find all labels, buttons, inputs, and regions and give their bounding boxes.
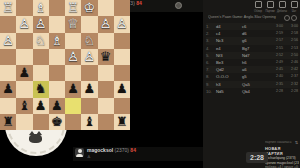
square-f7[interactable]: ♟	[33, 98, 49, 114]
square-a2[interactable]: ♙	[114, 16, 130, 32]
square-f6[interactable]: ♞	[33, 81, 49, 97]
black-pawn-a6[interactable]: ♟	[114, 81, 130, 97]
white-time: 2:35	[268, 81, 283, 88]
square-d6[interactable]: ♟	[65, 81, 81, 97]
square-e7[interactable]: ♟	[49, 98, 65, 114]
white-king-c1[interactable]: ♔	[81, 0, 97, 16]
black-time: 2:42	[283, 66, 298, 73]
white-queen-d2[interactable]: ♕	[65, 16, 81, 32]
panel-tab-1[interactable]: Обзор	[252, 1, 264, 14]
square-g3[interactable]	[16, 33, 32, 49]
move-row[interactable]: 5.Nf3Nd72:522:50	[206, 52, 298, 59]
square-e5[interactable]	[49, 65, 65, 81]
square-d1[interactable]: ♖	[65, 0, 81, 16]
move-row[interactable]: 9.h3Qa52:352:32	[206, 81, 298, 88]
bottom-player-avatar[interactable]	[75, 148, 84, 157]
square-g8[interactable]	[16, 114, 32, 130]
bottom-captured-pieces: ♙	[87, 154, 91, 159]
square-b6[interactable]	[98, 81, 114, 97]
white-move[interactable]: c4	[216, 30, 242, 37]
black-pawn-c6[interactable]: ♟	[81, 81, 97, 97]
chat-dim-line: партия началась	[265, 140, 293, 144]
white-pawn-d4[interactable]: ♙	[65, 49, 81, 65]
square-f2[interactable]: ♙	[33, 16, 49, 32]
black-pawn-h6[interactable]: ♟	[0, 81, 16, 97]
square-h4[interactable]	[0, 49, 16, 65]
white-move[interactable]: Qd2	[216, 66, 242, 73]
square-h8[interactable]: ♜	[0, 114, 16, 130]
white-pawn-a2[interactable]: ♙	[114, 16, 130, 32]
white-pawn-g2[interactable]: ♙	[16, 16, 32, 32]
book-icon[interactable]	[284, 15, 290, 21]
move-row[interactable]: 10.Nd5Qb42:282:28	[206, 88, 298, 95]
square-h6[interactable]: ♟	[0, 81, 16, 97]
move-number: 9.	[206, 81, 216, 88]
gear-icon[interactable]	[291, 15, 297, 21]
chat-header: НОВАЯ ПАРТИЯ	[265, 146, 299, 156]
black-time: 2:32	[283, 81, 298, 88]
white-move[interactable]: e4	[216, 45, 242, 52]
move-number: 3.	[206, 37, 216, 44]
square-a8[interactable]: ♜	[114, 114, 130, 130]
tab-label: Чат	[289, 9, 300, 13]
square-g1[interactable]	[16, 0, 32, 16]
panel-tabs: ОбзорПартииДебютыЧат	[252, 1, 300, 14]
square-d7[interactable]	[65, 98, 81, 114]
white-move[interactable]: Nd5	[216, 88, 242, 95]
square-a7[interactable]	[114, 98, 130, 114]
white-move[interactable]: Nf3	[216, 52, 242, 59]
streak-badge: 84	[136, 0, 142, 6]
share-icon	[291, 1, 298, 8]
chess-board[interactable]: ♖♗♖♔♙♙♕♙♙♙♘♗♘♙♙♛♟♟♞♟♟♟♝♟♟♜♚♝♜	[0, 0, 130, 130]
opening-name: Queen's Pawn Game: Anglo-Slav Opening	[208, 15, 286, 19]
black-rook-h8[interactable]: ♜	[0, 114, 16, 130]
square-f5[interactable]	[33, 65, 49, 81]
white-rook-h1[interactable]: ♖	[0, 0, 16, 16]
square-a3[interactable]	[114, 33, 130, 49]
bottom-player-name[interactable]: magocksol (2370) 84	[87, 147, 136, 153]
square-g4[interactable]	[16, 49, 32, 65]
move-row[interactable]: 3.Nc3g62:572:56	[206, 37, 298, 44]
white-time: 2:40	[268, 73, 283, 80]
white-move[interactable]: d4	[216, 23, 242, 30]
move-row[interactable]: 4.e4Bg72:552:53	[206, 45, 298, 52]
chat-box: ⇅ партия началась НОВАЯ ПАРТИЯ michaelqi…	[265, 140, 299, 168]
move-list[interactable]: 1.d4c63:003:002.c4d62:592:583.Nc3g62:572…	[206, 23, 298, 95]
black-move[interactable]: g6	[242, 37, 268, 44]
black-time: 2:53	[283, 45, 298, 52]
black-pawn-d6[interactable]: ♟	[65, 81, 81, 97]
square-f4[interactable]	[33, 49, 49, 65]
black-move[interactable]: c6	[242, 23, 268, 30]
black-time: 2:56	[283, 37, 298, 44]
square-c7[interactable]	[81, 98, 97, 114]
square-b7[interactable]	[98, 98, 114, 114]
square-b3[interactable]	[98, 33, 114, 49]
black-pawn-e7[interactable]: ♟	[49, 98, 65, 114]
black-bishop-c8[interactable]: ♝	[81, 114, 97, 130]
black-move[interactable]: h6	[242, 59, 268, 66]
tab-label: Партии	[265, 9, 276, 13]
white-time: 2:55	[268, 45, 283, 52]
tab-label: Обзор	[253, 9, 264, 13]
square-d4[interactable]: ♙	[65, 49, 81, 65]
square-c6[interactable]: ♟	[81, 81, 97, 97]
square-e4[interactable]	[49, 49, 65, 65]
square-c8[interactable]: ♝	[81, 114, 97, 130]
square-d2[interactable]: ♕	[65, 16, 81, 32]
square-h2[interactable]	[0, 16, 16, 32]
chat-scroll-icon[interactable]: ⇅	[295, 140, 298, 145]
black-time: 3:00	[283, 23, 298, 30]
square-b1[interactable]	[98, 0, 114, 16]
cat-icon	[29, 134, 42, 143]
chat-lines: michaelqiang (2373)против magocksol (237…	[265, 156, 299, 168]
square-c3[interactable]: ♘	[81, 33, 97, 49]
black-pawn-g5[interactable]: ♟	[16, 65, 32, 81]
move-row[interactable]: 8.O-O-Og52:402:37	[206, 73, 298, 80]
move-number: 1.	[206, 23, 216, 30]
square-a6[interactable]: ♟	[114, 81, 130, 97]
black-move[interactable]: g5	[242, 73, 268, 80]
white-pawn-f2[interactable]: ♙	[33, 16, 49, 32]
move-number: 4.	[206, 45, 216, 52]
square-b4[interactable]: ♛	[98, 49, 114, 65]
black-move[interactable]: Nd7	[242, 52, 268, 59]
move-number: 2.	[206, 30, 216, 37]
white-rook-d1[interactable]: ♖	[65, 0, 81, 16]
square-h1[interactable]: ♖	[0, 0, 16, 16]
white-time: 2:59	[268, 30, 283, 37]
black-time: 2:50	[283, 52, 298, 59]
white-time: 2:28	[268, 88, 283, 95]
black-bishop-g7[interactable]: ♝	[16, 98, 32, 114]
black-move[interactable]: Qb4	[242, 88, 268, 95]
chat-line: победа +4 / ничья +0 / поражение -4	[265, 165, 299, 168]
streak-badge: 84	[130, 147, 136, 153]
white-move[interactable]: Nc3	[216, 37, 242, 44]
black-clock-time: 2:28	[250, 154, 264, 161]
stream-screenshot: michaelqiang (2373) 84 ♞♟ +2 2:22 ♖♗♖♔♙♙…	[0, 0, 300, 168]
camera-icon[interactable]	[175, 2, 182, 9]
square-b5[interactable]	[98, 65, 114, 81]
white-bishop-e3[interactable]: ♗	[49, 33, 65, 49]
square-e1[interactable]	[49, 0, 65, 16]
square-a5[interactable]	[114, 65, 130, 81]
white-time: 2:49	[268, 59, 283, 66]
black-pawn-f7[interactable]: ♟	[33, 98, 49, 114]
square-c2[interactable]	[81, 16, 97, 32]
black-clock: 2:28	[246, 152, 268, 163]
move-number: 10.	[206, 88, 216, 95]
square-f8[interactable]	[33, 114, 49, 130]
white-knight-c3[interactable]: ♘	[81, 33, 97, 49]
white-time: 3:00	[268, 23, 283, 30]
square-d8[interactable]	[65, 114, 81, 130]
square-b8[interactable]	[98, 114, 114, 130]
black-knight-f6[interactable]: ♞	[33, 81, 49, 97]
move-row[interactable]: 1.d4c63:003:00	[206, 23, 298, 30]
black-rook-a8[interactable]: ♜	[114, 114, 130, 130]
white-time: 2:52	[268, 52, 283, 59]
panel-tab-3[interactable]: Дебюты	[276, 1, 288, 14]
square-b2[interactable]: ♙	[98, 16, 114, 32]
panel-tab-2[interactable]: Партии	[264, 1, 276, 14]
square-d5[interactable]	[65, 65, 81, 81]
white-time: 2:57	[268, 37, 283, 44]
side-panel: ОбзорПартииДебютыЧат Queen's Pawn Game: …	[203, 0, 300, 168]
square-f1[interactable]: ♗	[33, 0, 49, 16]
white-pawn-h3[interactable]: ♙	[0, 33, 16, 49]
square-c4[interactable]: ♙	[81, 49, 97, 65]
white-move[interactable]: h3	[216, 81, 242, 88]
square-g2[interactable]: ♙	[16, 16, 32, 32]
move-number: 6.	[206, 59, 216, 66]
white-knight-f3[interactable]: ♘	[33, 33, 49, 49]
white-pawn-b2[interactable]: ♙	[98, 16, 114, 32]
black-move[interactable]: d6	[242, 30, 268, 37]
white-pawn-c4[interactable]: ♙	[81, 49, 97, 65]
square-h3[interactable]: ♙	[0, 33, 16, 49]
square-h7[interactable]	[0, 98, 16, 114]
panel-tab-4[interactable]: Чат	[288, 1, 300, 14]
white-time: 2:45	[268, 66, 283, 73]
black-time: 2:58	[283, 30, 298, 37]
player-name-text: magocksol	[87, 147, 113, 153]
chat-line: michaelqiang (2373)	[265, 156, 299, 161]
square-a1[interactable]	[114, 0, 130, 16]
black-queen-b4[interactable]: ♛	[98, 49, 114, 65]
white-move[interactable]: Be3	[216, 59, 242, 66]
white-move[interactable]: O-O-O	[216, 73, 242, 80]
square-e3[interactable]: ♗	[49, 33, 65, 49]
square-g6[interactable]	[16, 81, 32, 97]
black-time: 2:46	[283, 59, 298, 66]
bolt-icon	[255, 1, 262, 8]
black-time: 2:37	[283, 73, 298, 80]
square-e8[interactable]: ♚	[49, 114, 65, 130]
square-a4[interactable]	[114, 49, 130, 65]
square-e2[interactable]	[49, 16, 65, 32]
square-e6[interactable]	[49, 81, 65, 97]
square-c1[interactable]: ♔	[81, 0, 97, 16]
move-row[interactable]: 2.c4d62:592:58	[206, 30, 298, 37]
square-f3[interactable]: ♘	[33, 33, 49, 49]
white-bishop-f1[interactable]: ♗	[33, 0, 49, 16]
square-g5[interactable]: ♟	[16, 65, 32, 81]
move-number: 8.	[206, 73, 216, 80]
move-row[interactable]: 6.Be3h62:492:46	[206, 59, 298, 66]
move-number: 5.	[206, 52, 216, 59]
black-move[interactable]: Qa5	[242, 81, 268, 88]
black-move[interactable]: Bg7	[242, 45, 268, 52]
move-row[interactable]: 7.Qd2a62:452:42	[206, 66, 298, 73]
square-g7[interactable]: ♝	[16, 98, 32, 114]
board-icon	[267, 1, 274, 8]
player-rating: (2370)	[115, 147, 129, 153]
black-king-e8[interactable]: ♚	[49, 114, 65, 130]
black-time: 2:28	[283, 88, 298, 95]
move-number: 7.	[206, 66, 216, 73]
square-d3[interactable]	[65, 33, 81, 49]
square-h5[interactable]	[0, 65, 16, 81]
black-move[interactable]: a6	[242, 66, 268, 73]
square-c5[interactable]	[81, 65, 97, 81]
tab-label: Дебюты	[277, 9, 288, 13]
book-icon	[279, 1, 286, 8]
